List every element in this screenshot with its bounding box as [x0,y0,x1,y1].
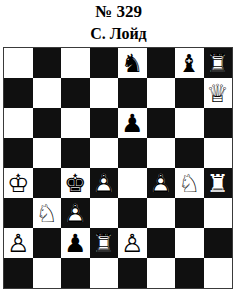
piece-black-king-c4: ♚ [61,168,90,198]
square-b7 [33,78,62,108]
square-a7 [4,78,33,108]
piece-white-knight-g4: ♞♘ [175,168,204,198]
white-piece-outline-layer: ♖ [204,48,233,78]
square-d2: ♜♖ [90,228,119,258]
piece-white-pawn-f4: ♟♙ [147,168,176,198]
square-h6 [204,108,233,138]
square-h7: ♛♕ [204,78,233,108]
square-e1 [118,258,147,288]
piece-white-pawn-d4: ♟♙ [90,168,119,198]
square-f7 [147,78,176,108]
square-a1 [4,258,33,288]
square-a6 [4,108,33,138]
square-c5 [61,138,90,168]
square-e5 [118,138,147,168]
white-piece-outline-layer: ♖ [90,228,119,258]
white-piece-outline-layer: ♙ [61,198,90,228]
white-piece-outline-layer: ♘ [175,168,204,198]
square-a4: ♚♔ [4,168,33,198]
piece-black-rook-h4: ♜ [204,168,233,198]
piece-white-king-a4: ♚♔ [4,168,33,198]
square-c1 [61,258,90,288]
square-f5 [147,138,176,168]
square-g4: ♞♘ [175,168,204,198]
square-e7 [118,78,147,108]
chess-board: ♞♝♜♖♛♕♟♚♔♚♟♙♟♙♞♘♜♞♘♟♙♟♙♟♜♖♟♙ [3,47,233,289]
square-a8 [4,48,33,78]
square-c6 [61,108,90,138]
piece-white-rook-d2: ♜♖ [90,228,119,258]
piece-white-pawn-c3: ♟♙ [61,198,90,228]
white-piece-outline-layer: ♙ [90,168,119,198]
square-h2 [204,228,233,258]
piece-black-bishop-g8: ♝ [175,48,204,78]
square-a3 [4,198,33,228]
square-h5 [204,138,233,168]
piece-black-pawn-e6: ♟ [118,108,147,138]
white-piece-outline-layer: ♙ [147,168,176,198]
piece-white-knight-b3: ♞♘ [33,198,62,228]
square-d5 [90,138,119,168]
author-name: С. Лойд [0,23,237,44]
piece-black-pawn-c2: ♟ [61,228,90,258]
white-piece-outline-layer: ♙ [4,228,33,258]
square-h3 [204,198,233,228]
problem-number: № 329 [0,1,237,23]
square-b3: ♞♘ [33,198,62,228]
square-a2: ♟♙ [4,228,33,258]
square-e2: ♟♙ [118,228,147,258]
square-g2 [175,228,204,258]
square-d3 [90,198,119,228]
square-f3 [147,198,176,228]
square-g7 [175,78,204,108]
square-h4: ♜ [204,168,233,198]
square-g1 [175,258,204,288]
square-b8 [33,48,62,78]
piece-white-pawn-e2: ♟♙ [118,228,147,258]
square-b6 [33,108,62,138]
square-b1 [33,258,62,288]
white-piece-outline-layer: ♕ [204,78,233,108]
square-h8: ♜♖ [204,48,233,78]
square-c8 [61,48,90,78]
square-b4 [33,168,62,198]
diagram-header: № 329 С. Лойд [0,0,237,44]
square-c4: ♚ [61,168,90,198]
square-d7 [90,78,119,108]
square-e8: ♞ [118,48,147,78]
white-piece-outline-layer: ♔ [4,168,33,198]
square-c7 [61,78,90,108]
piece-white-rook-h8: ♜♖ [204,48,233,78]
square-g3 [175,198,204,228]
square-g8: ♝ [175,48,204,78]
square-f4: ♟♙ [147,168,176,198]
square-c3: ♟♙ [61,198,90,228]
square-b2 [33,228,62,258]
square-d6 [90,108,119,138]
square-e6: ♟ [118,108,147,138]
white-piece-outline-layer: ♘ [33,198,62,228]
piece-white-pawn-a2: ♟♙ [4,228,33,258]
square-f8 [147,48,176,78]
square-f6 [147,108,176,138]
square-d8 [90,48,119,78]
square-g6 [175,108,204,138]
square-e4 [118,168,147,198]
piece-white-queen-h7: ♛♕ [204,78,233,108]
square-h1 [204,258,233,288]
square-a5 [4,138,33,168]
square-f1 [147,258,176,288]
piece-black-knight-e8: ♞ [118,48,147,78]
square-g5 [175,138,204,168]
square-c2: ♟ [61,228,90,258]
square-f2 [147,228,176,258]
white-piece-outline-layer: ♙ [118,228,147,258]
square-d1 [90,258,119,288]
square-b5 [33,138,62,168]
square-e3 [118,198,147,228]
square-d4: ♟♙ [90,168,119,198]
